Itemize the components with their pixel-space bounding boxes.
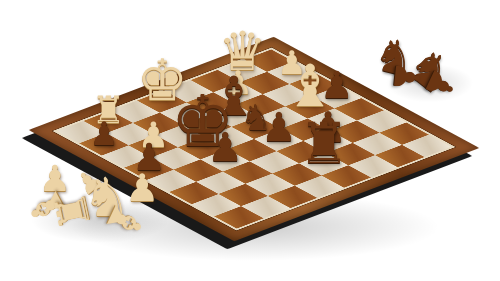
captured-black-knight: ♞ [399, 38, 462, 102]
product-photo: ♜♚♛♟♟♟♟♝♟♚♞♝♟♟♟♟♜ ♟♝♜♟♞♟♝♞♞♟♟ [0, 0, 500, 281]
captured-white-bishop: ♝ [18, 179, 75, 234]
captured-white-pawn: ♟ [39, 161, 71, 197]
captured-black-knight: ♞ [369, 30, 420, 85]
chessboard [29, 37, 480, 242]
captured-black-pawn: ♟ [419, 64, 463, 106]
captured-white-rook: ♜ [49, 188, 98, 234]
board-grid [57, 49, 451, 228]
captured-black-pawn: ♟ [388, 60, 425, 94]
black-tray-ground-shadow [382, 62, 477, 104]
